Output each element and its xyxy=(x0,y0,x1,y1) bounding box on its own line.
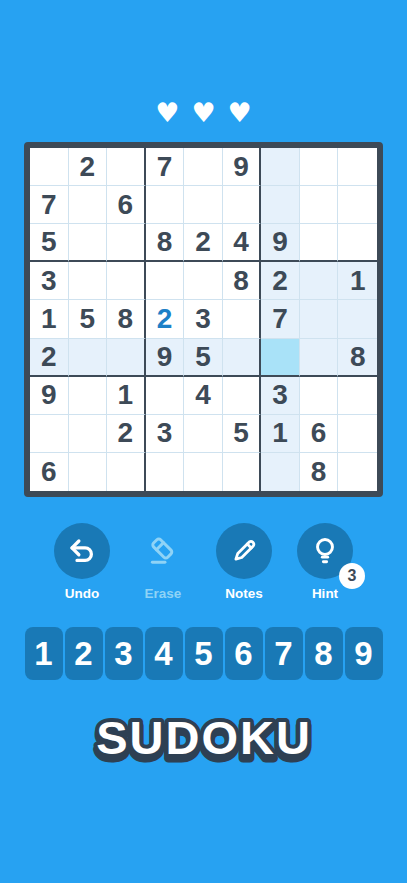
sudoku-cell-r2c5[interactable] xyxy=(184,186,223,224)
sudoku-cell-r2c2[interactable] xyxy=(69,186,108,224)
heart-icon: ♥ xyxy=(155,97,179,128)
sudoku-cell-r7c8[interactable] xyxy=(300,377,339,415)
sudoku-cell-r2c4[interactable] xyxy=(146,186,185,224)
notes-label: Notes xyxy=(216,586,272,601)
sudoku-cell-r4c8[interactable] xyxy=(300,262,339,300)
sudoku-cell-r7c2[interactable] xyxy=(69,377,108,415)
sudoku-cell-r4c3[interactable] xyxy=(107,262,146,300)
undo-icon xyxy=(54,523,110,579)
sudoku-cell-r1c2[interactable]: 2 xyxy=(69,148,108,186)
numpad-key-7[interactable]: 7 xyxy=(265,627,303,680)
sudoku-cell-r9c1[interactable]: 6 xyxy=(30,453,69,491)
sudoku-cell-r3c1[interactable]: 5 xyxy=(30,224,69,262)
sudoku-cell-r9c2[interactable] xyxy=(69,453,108,491)
sudoku-cell-r6c2[interactable] xyxy=(69,339,108,377)
sudoku-cell-r1c6[interactable]: 9 xyxy=(223,148,262,186)
sudoku-cell-r7c7[interactable]: 3 xyxy=(261,377,300,415)
numpad: 123456789 xyxy=(24,627,383,680)
sudoku-cell-r2c7[interactable] xyxy=(261,186,300,224)
sudoku-cell-r1c1[interactable] xyxy=(30,148,69,186)
numpad-key-9[interactable]: 9 xyxy=(345,627,383,680)
toolbar: Undo Erase Notes xyxy=(0,523,407,601)
sudoku-cell-r8c5[interactable] xyxy=(184,415,223,453)
sudoku-cell-r8c1[interactable] xyxy=(30,415,69,453)
sudoku-cell-r7c3[interactable]: 1 xyxy=(107,377,146,415)
numpad-key-6[interactable]: 6 xyxy=(225,627,263,680)
numpad-key-3[interactable]: 3 xyxy=(105,627,143,680)
sudoku-cell-r3c6[interactable]: 4 xyxy=(223,224,262,262)
sudoku-cell-r5c7[interactable]: 7 xyxy=(261,300,300,338)
numpad-key-5[interactable]: 5 xyxy=(185,627,223,680)
hint-count-badge: 3 xyxy=(339,563,365,589)
sudoku-cell-r3c3[interactable] xyxy=(107,224,146,262)
sudoku-cell-r4c6[interactable]: 8 xyxy=(223,262,262,300)
sudoku-cell-r8c7[interactable]: 1 xyxy=(261,415,300,453)
heart-icon: ♥ xyxy=(228,97,252,128)
sudoku-cell-r7c9[interactable] xyxy=(338,377,377,415)
lives-hearts: ♥♥♥ xyxy=(0,98,407,128)
sudoku-cell-r2c8[interactable] xyxy=(300,186,339,224)
sudoku-cell-r6c3[interactable] xyxy=(107,339,146,377)
sudoku-cell-r8c9[interactable] xyxy=(338,415,377,453)
sudoku-cell-r5c1[interactable]: 1 xyxy=(30,300,69,338)
sudoku-cell-r9c8[interactable]: 8 xyxy=(300,453,339,491)
sudoku-board: 27976582493821158237295891432351668 xyxy=(24,142,383,497)
sudoku-cell-r3c5[interactable]: 2 xyxy=(184,224,223,262)
numpad-key-1[interactable]: 1 xyxy=(25,627,63,680)
sudoku-cell-r5c4[interactable]: 2 xyxy=(146,300,185,338)
sudoku-cell-r8c6[interactable]: 5 xyxy=(223,415,262,453)
sudoku-cell-r5c6[interactable] xyxy=(223,300,262,338)
sudoku-cell-r1c9[interactable] xyxy=(338,148,377,186)
sudoku-cell-r4c5[interactable] xyxy=(184,262,223,300)
sudoku-cell-r7c4[interactable] xyxy=(146,377,185,415)
eraser-icon xyxy=(135,523,191,579)
sudoku-cell-r4c9[interactable]: 1 xyxy=(338,262,377,300)
sudoku-cell-r2c3[interactable]: 6 xyxy=(107,186,146,224)
undo-label: Undo xyxy=(54,586,110,601)
sudoku-cell-r9c7[interactable] xyxy=(261,453,300,491)
sudoku-cell-r3c2[interactable] xyxy=(69,224,108,262)
sudoku-cell-r3c8[interactable] xyxy=(300,224,339,262)
hint-button[interactable]: 3 Hint xyxy=(297,523,353,601)
sudoku-cell-r8c2[interactable] xyxy=(69,415,108,453)
sudoku-cell-r9c4[interactable] xyxy=(146,453,185,491)
sudoku-cell-r2c6[interactable] xyxy=(223,186,262,224)
sudoku-cell-r8c8[interactable]: 6 xyxy=(300,415,339,453)
sudoku-cell-r4c1[interactable]: 3 xyxy=(30,262,69,300)
game-title: SUDOKU SUDOKU xyxy=(0,700,407,782)
numpad-key-8[interactable]: 8 xyxy=(305,627,343,680)
numpad-key-4[interactable]: 4 xyxy=(145,627,183,680)
numpad-key-2[interactable]: 2 xyxy=(65,627,103,680)
sudoku-cell-r4c4[interactable] xyxy=(146,262,185,300)
sudoku-cell-r6c7[interactable] xyxy=(261,339,300,377)
sudoku-cell-r5c2[interactable]: 5 xyxy=(69,300,108,338)
sudoku-cell-r5c9[interactable] xyxy=(338,300,377,338)
heart-icon: ♥ xyxy=(191,97,215,128)
sudoku-cell-r1c4[interactable]: 7 xyxy=(146,148,185,186)
sudoku-cell-r6c1[interactable]: 2 xyxy=(30,339,69,377)
game-title-text: SUDOKU xyxy=(96,711,312,764)
sudoku-cell-r7c1[interactable]: 9 xyxy=(30,377,69,415)
erase-button[interactable]: Erase xyxy=(135,523,191,601)
sudoku-cell-r2c1[interactable]: 7 xyxy=(30,186,69,224)
notes-button[interactable]: Notes xyxy=(216,523,272,601)
sudoku-cell-r8c3[interactable]: 2 xyxy=(107,415,146,453)
sudoku-cell-r9c6[interactable] xyxy=(223,453,262,491)
undo-button[interactable]: Undo xyxy=(54,523,110,601)
pencil-icon xyxy=(216,523,272,579)
sudoku-cell-r8c4[interactable]: 3 xyxy=(146,415,185,453)
hint-label: Hint xyxy=(297,586,353,601)
sudoku-cell-r3c7[interactable]: 9 xyxy=(261,224,300,262)
sudoku-cell-r1c5[interactable] xyxy=(184,148,223,186)
sudoku-cell-r6c4[interactable]: 9 xyxy=(146,339,185,377)
sudoku-cell-r6c9[interactable]: 8 xyxy=(338,339,377,377)
sudoku-cell-r5c5[interactable]: 3 xyxy=(184,300,223,338)
sudoku-cell-r6c6[interactable] xyxy=(223,339,262,377)
sudoku-cell-r9c9[interactable] xyxy=(338,453,377,491)
sudoku-cell-r4c2[interactable] xyxy=(69,262,108,300)
sudoku-cell-r1c3[interactable] xyxy=(107,148,146,186)
sudoku-cell-r4c7[interactable]: 2 xyxy=(261,262,300,300)
sudoku-cell-r5c3[interactable]: 8 xyxy=(107,300,146,338)
sudoku-cell-r9c5[interactable] xyxy=(184,453,223,491)
sudoku-cell-r1c8[interactable] xyxy=(300,148,339,186)
erase-label: Erase xyxy=(135,586,191,601)
sudoku-cell-r2c9[interactable] xyxy=(338,186,377,224)
sudoku-cell-r6c8[interactable] xyxy=(300,339,339,377)
sudoku-cell-r3c4[interactable]: 8 xyxy=(146,224,185,262)
sudoku-cell-r1c7[interactable] xyxy=(261,148,300,186)
sudoku-cell-r3c9[interactable] xyxy=(338,224,377,262)
sudoku-cell-r6c5[interactable]: 5 xyxy=(184,339,223,377)
sudoku-cell-r5c8[interactable] xyxy=(300,300,339,338)
sudoku-cell-r7c6[interactable] xyxy=(223,377,262,415)
sudoku-cell-r7c5[interactable]: 4 xyxy=(184,377,223,415)
sudoku-cell-r9c3[interactable] xyxy=(107,453,146,491)
